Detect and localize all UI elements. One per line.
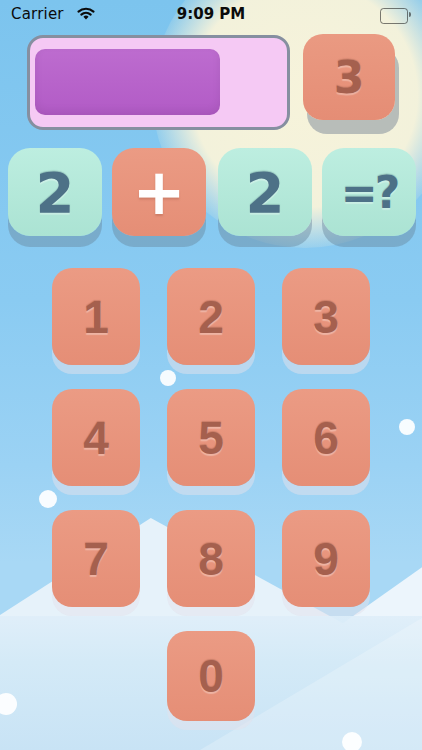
- operand1-value: 2: [36, 160, 75, 225]
- key-3[interactable]: 3: [282, 268, 370, 365]
- round-counter-value: 3: [334, 52, 365, 103]
- status-bar: Carrier 9:09 PM: [0, 0, 422, 28]
- operator-value: +: [132, 155, 186, 229]
- number-keypad: 1 2 3 4 5 6 7 8 9 0: [52, 268, 370, 721]
- key-5[interactable]: 5: [167, 389, 255, 486]
- equation-operand1-tile: 2: [8, 148, 102, 236]
- answer-placeholder: =?: [341, 167, 397, 218]
- key-7[interactable]: 7: [52, 510, 140, 607]
- snow-dot: [342, 732, 362, 750]
- clock: 9:09 PM: [0, 5, 422, 23]
- progress-fill: [35, 49, 220, 115]
- snow-dot: [399, 419, 415, 435]
- key-1[interactable]: 1: [52, 268, 140, 365]
- key-8[interactable]: 8: [167, 510, 255, 607]
- key-0[interactable]: 0: [167, 631, 255, 721]
- battery-icon: [380, 8, 408, 24]
- key-9[interactable]: 9: [282, 510, 370, 607]
- operand2-value: 2: [246, 160, 285, 225]
- progress-bar-track: [27, 35, 290, 130]
- round-counter-badge: 3: [303, 34, 395, 120]
- key-4[interactable]: 4: [52, 389, 140, 486]
- app-screen: Carrier 9:09 PM 3 2 + 2 =? 1 2 3: [0, 0, 422, 750]
- equation-operand2-tile: 2: [218, 148, 312, 236]
- key-2[interactable]: 2: [167, 268, 255, 365]
- equation-answer-tile: =?: [322, 148, 416, 236]
- equation-operator-tile: +: [112, 148, 206, 236]
- key-6[interactable]: 6: [282, 389, 370, 486]
